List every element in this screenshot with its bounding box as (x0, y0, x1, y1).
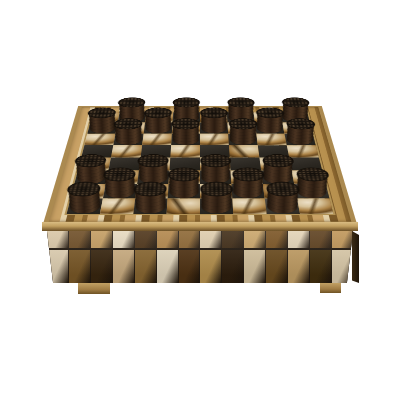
mosaic-tile-body (113, 250, 134, 283)
mosaic-band-body (47, 250, 353, 283)
mosaic-tile-body (179, 250, 200, 283)
square-r2c1[interactable] (113, 134, 143, 146)
box-side-right (352, 231, 359, 283)
mosaic-tile-body (200, 250, 221, 283)
playing-field[interactable] (64, 112, 335, 215)
mosaic-tile-lid (135, 231, 156, 248)
brass-lip (42, 222, 358, 231)
box-front (47, 231, 353, 283)
square-r3c7[interactable] (287, 145, 319, 157)
mosaic-tile-lid (310, 231, 331, 248)
mosaic-tile-lid (266, 231, 287, 248)
mosaic-tile-lid (69, 231, 90, 248)
piece-top-face (174, 98, 199, 107)
product-photo-stage (0, 0, 400, 400)
piece-top-face (257, 108, 284, 118)
mosaic-tile-body (288, 250, 309, 283)
mosaic-tile-body (244, 250, 265, 283)
mosaic-tile-body (266, 250, 287, 283)
square-r1c0[interactable] (87, 123, 117, 134)
mosaic-tile-lid (113, 231, 134, 248)
square-r2c2[interactable] (142, 134, 172, 146)
square-r2c0[interactable] (84, 134, 115, 146)
piece-top-face (172, 119, 199, 129)
square-r2c6[interactable] (256, 134, 286, 146)
square-r1c6[interactable] (255, 123, 285, 134)
square-r2c5[interactable] (228, 134, 258, 146)
square-r2c7[interactable] (284, 134, 315, 146)
piece-top-face (201, 182, 232, 196)
square-r2c4[interactable] (200, 134, 229, 146)
square-r6c5[interactable] (231, 184, 264, 199)
square-r3c5[interactable] (229, 145, 259, 157)
checkers-board (43, 106, 357, 224)
mosaic-tile-body (135, 250, 156, 283)
square-r3c3[interactable] (170, 145, 200, 157)
square-r6c1[interactable] (103, 184, 137, 199)
foot-left (78, 283, 110, 294)
board-scene (0, 0, 400, 400)
square-r7c4[interactable] (200, 199, 233, 214)
mosaic-tile-body (91, 250, 112, 283)
piece-top-face (169, 168, 199, 181)
square-r7c0[interactable] (67, 199, 103, 214)
mosaic-tile-body (222, 250, 243, 283)
square-r7c2[interactable] (133, 199, 167, 214)
mosaic-tile-lid (47, 231, 68, 248)
mosaic-tile-body (69, 250, 90, 283)
piece-top-face (233, 168, 264, 181)
square-r2c3[interactable] (171, 134, 200, 146)
square-r7c6[interactable] (265, 199, 300, 214)
mosaic-band-lid (47, 231, 353, 248)
piece-top-face (201, 155, 230, 167)
mosaic-tile-body (157, 250, 178, 283)
mosaic-tile-lid (244, 231, 265, 248)
foot-right (320, 283, 341, 293)
piece-top-face (228, 98, 254, 107)
piece-top-face (201, 108, 227, 118)
square-r1c4[interactable] (200, 123, 228, 134)
mosaic-tile-lid (332, 231, 353, 248)
mosaic-tile-lid (288, 231, 309, 248)
mosaic-tile-lid (157, 231, 178, 248)
piece-top-face (230, 119, 257, 129)
square-r1c2[interactable] (144, 123, 173, 134)
mosaic-tile-body (310, 250, 331, 283)
square-r6c3[interactable] (168, 184, 200, 199)
square-r6c7[interactable] (294, 184, 329, 199)
mosaic-tile-lid (91, 231, 112, 248)
mosaic-tile-lid (179, 231, 200, 248)
mosaic-tile-lid (222, 231, 243, 248)
mosaic-tile-lid (200, 231, 221, 248)
square-r3c1[interactable] (111, 145, 142, 157)
